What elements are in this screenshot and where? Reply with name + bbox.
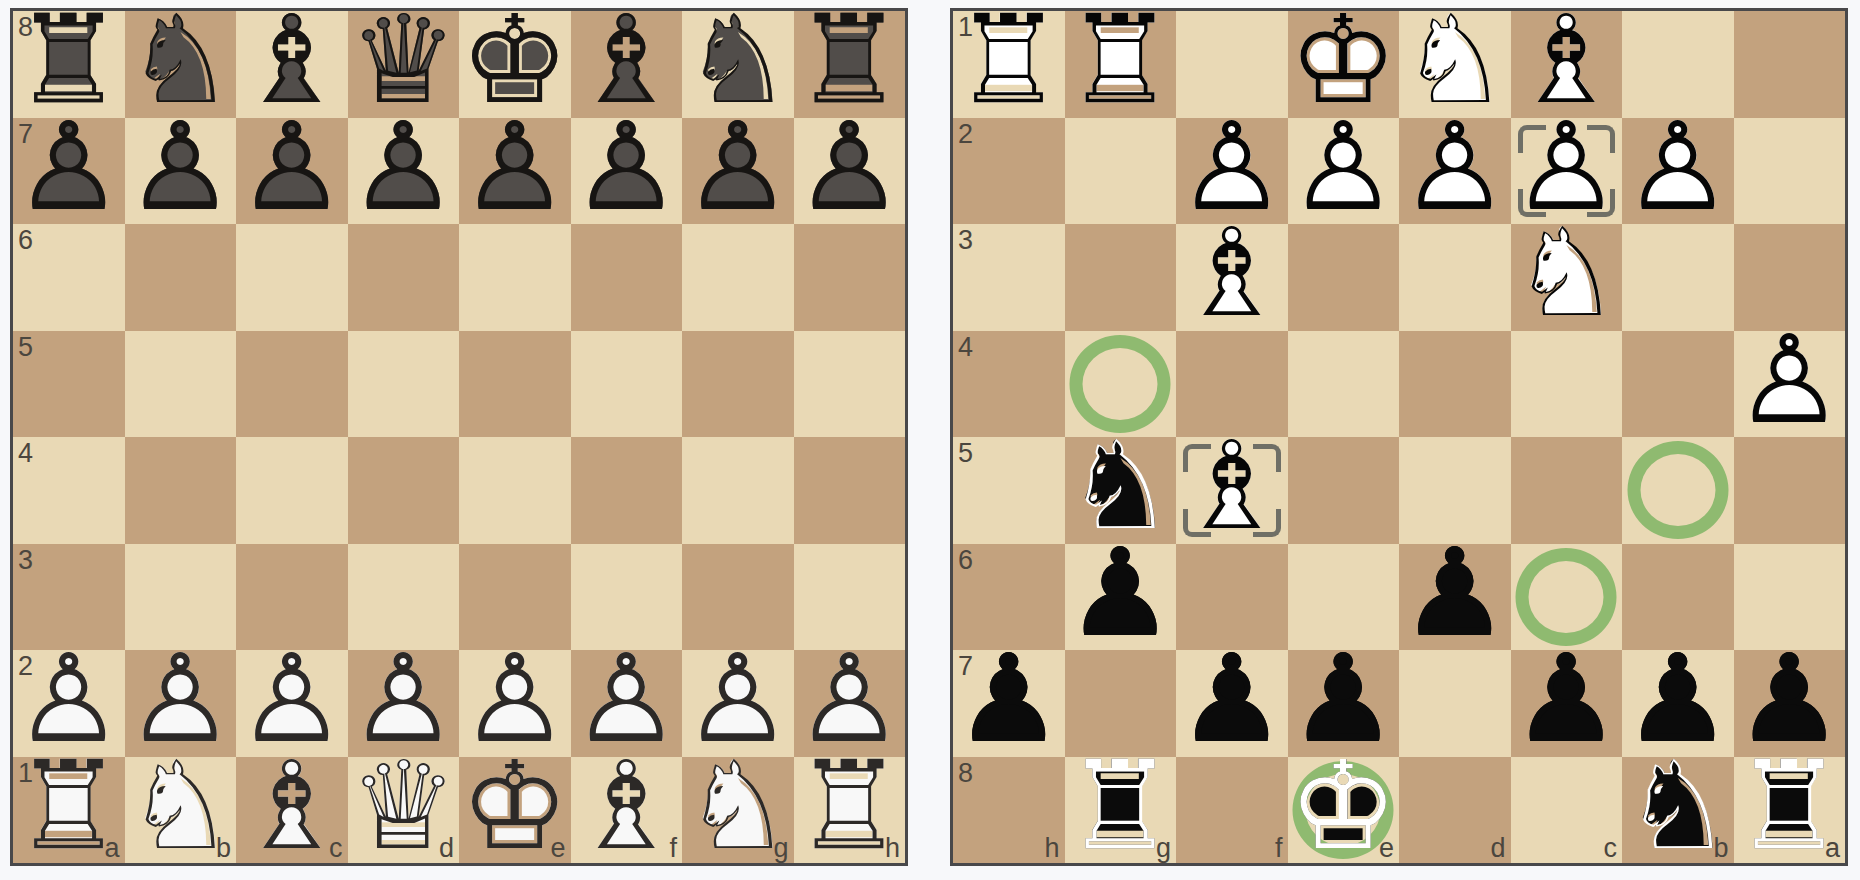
file-label-h: h — [885, 835, 900, 862]
square-e4[interactable] — [1288, 331, 1400, 438]
file-label-e: e — [1379, 835, 1394, 862]
square-f7[interactable]: ♟♙ — [1176, 650, 1288, 757]
square-h7[interactable]: 7♟♙ — [953, 650, 1065, 757]
square-c3[interactable]: ♞♘ — [1511, 224, 1623, 331]
file-label-h: h — [1044, 835, 1059, 862]
file-label-b: b — [216, 835, 231, 862]
square-c5[interactable] — [1511, 437, 1623, 544]
square-a7[interactable]: 7♟♙ — [13, 118, 125, 225]
file-label-b: b — [1713, 835, 1728, 862]
piece-white-pawn: ♟♙ — [1622, 118, 1734, 225]
file-label-c: c — [1604, 835, 1618, 862]
piece-black-pawn: ♟♙ — [348, 118, 460, 225]
square-g4[interactable] — [682, 437, 794, 544]
file-label-d: d — [439, 835, 454, 862]
square-f3[interactable]: ♝♗ — [1176, 224, 1288, 331]
square-c7[interactable]: ♟♙ — [236, 118, 348, 225]
square-f8[interactable]: f — [1176, 757, 1288, 864]
square-b1[interactable]: b♞♘ — [125, 757, 237, 864]
piece-outline-glyph: ♙ — [1735, 319, 1844, 441]
square-h1[interactable]: 1♜♖ — [953, 11, 1065, 118]
square-f6[interactable] — [571, 224, 683, 331]
square-e1[interactable]: e♚♔ — [459, 757, 571, 864]
square-b7[interactable]: ♟♙ — [125, 118, 237, 225]
piece-outline-glyph: ♙ — [683, 106, 792, 228]
square-d3[interactable] — [1399, 224, 1511, 331]
square-g1[interactable]: g♞♘ — [682, 757, 794, 864]
square-g6[interactable]: ♟♙ — [1065, 544, 1177, 651]
square-g1[interactable]: ♜♖ — [1065, 11, 1177, 118]
file-label-g: g — [773, 835, 788, 862]
corner-mark-tr — [1253, 444, 1281, 472]
rank-label-2: 2 — [958, 121, 973, 148]
piece-white-rook: ♜♖ — [1065, 11, 1177, 118]
square-d5[interactable] — [348, 331, 460, 438]
piece-white-pawn: ♟♙ — [1734, 331, 1846, 438]
square-g6[interactable] — [682, 224, 794, 331]
piece-black-pawn: ♟♙ — [682, 118, 794, 225]
square-b2[interactable]: ♟♙ — [1622, 118, 1734, 225]
piece-outline-glyph: ♙ — [795, 106, 904, 228]
piece-white-knight: ♞♘ — [1511, 224, 1623, 331]
piece-black-pawn: ♟♙ — [1176, 650, 1288, 757]
rank-label-2: 2 — [18, 653, 33, 680]
square-e7[interactable]: ♟♙ — [459, 118, 571, 225]
square-b3[interactable] — [1622, 224, 1734, 331]
piece-white-bishop: ♝♗ — [1176, 224, 1288, 331]
rank-label-8: 8 — [958, 760, 973, 787]
square-h8[interactable]: 8h — [953, 757, 1065, 864]
piece-black-pawn: ♟♙ — [1065, 544, 1177, 651]
selection-corners-c2 — [1511, 118, 1623, 225]
square-a6[interactable]: 6 — [13, 224, 125, 331]
rank-label-6: 6 — [18, 227, 33, 254]
piece-black-pawn: ♟♙ — [459, 118, 571, 225]
square-d8[interactable]: d — [1399, 757, 1511, 864]
piece-white-pawn: ♟♙ — [1288, 118, 1400, 225]
square-a8[interactable]: a♜♖ — [1734, 757, 1846, 864]
square-h3[interactable]: 3 — [953, 224, 1065, 331]
square-g7[interactable]: ♟♙ — [682, 118, 794, 225]
piece-outline-glyph: ♙ — [126, 106, 235, 228]
piece-black-pawn: ♟♙ — [236, 118, 348, 225]
file-label-c: c — [329, 835, 343, 862]
piece-outline-glyph: ♖ — [1066, 0, 1175, 122]
rank-label-3: 3 — [18, 547, 33, 574]
square-d6[interactable] — [348, 224, 460, 331]
corner-mark-br — [1253, 509, 1281, 537]
square-g3[interactable] — [1065, 224, 1177, 331]
rank-label-1: 1 — [958, 14, 973, 41]
rank-label-7: 7 — [958, 653, 973, 680]
square-h4[interactable] — [794, 437, 906, 544]
piece-outline-glyph: ♗ — [1177, 213, 1286, 335]
square-e2[interactable]: ♟♙ — [1288, 118, 1400, 225]
square-b6[interactable] — [125, 224, 237, 331]
square-f7[interactable]: ♟♙ — [571, 118, 683, 225]
rank-label-1: 1 — [18, 760, 33, 787]
square-d4[interactable] — [1399, 331, 1511, 438]
square-c7[interactable]: ♟♙ — [1511, 650, 1623, 757]
square-a5[interactable] — [1734, 437, 1846, 544]
square-d7[interactable] — [1399, 650, 1511, 757]
square-c4[interactable] — [236, 437, 348, 544]
file-label-e: e — [550, 835, 565, 862]
square-d1[interactable]: d♛♕ — [348, 757, 460, 864]
square-g8[interactable]: g♜♖ — [1065, 757, 1177, 864]
square-d6[interactable]: ♟♙ — [1399, 544, 1511, 651]
square-e5[interactable] — [1288, 437, 1400, 544]
corner-mark-bl — [1518, 189, 1546, 217]
corner-mark-bl — [1183, 509, 1211, 537]
square-d4[interactable] — [348, 437, 460, 544]
page: { "game": "chess", "page_background": "#… — [0, 0, 1860, 880]
piece-white-pawn: ♟♙ — [1399, 118, 1511, 225]
corner-mark-tr — [1587, 125, 1615, 153]
piece-black-pawn: ♟♙ — [571, 118, 683, 225]
file-label-f: f — [1275, 835, 1283, 862]
square-h4[interactable]: 4 — [953, 331, 1065, 438]
file-label-f: f — [669, 835, 677, 862]
piece-white-bishop: ♝♗ — [571, 757, 683, 864]
square-c2[interactable]: ♟♙ — [1511, 118, 1623, 225]
piece-outline-glyph: ♙ — [1289, 106, 1398, 228]
square-c8[interactable]: c — [1511, 757, 1623, 864]
square-c4[interactable] — [1511, 331, 1623, 438]
square-a1[interactable] — [1734, 11, 1846, 118]
file-label-g: g — [1156, 835, 1171, 862]
corner-mark-tl — [1518, 125, 1546, 153]
square-b4[interactable] — [1622, 331, 1734, 438]
piece-outline-glyph: ♙ — [1066, 532, 1175, 654]
square-g2[interactable] — [1065, 118, 1177, 225]
piece-outline-glyph: ♙ — [1623, 106, 1732, 228]
rank-label-4: 4 — [958, 334, 973, 361]
square-c6[interactable] — [236, 224, 348, 331]
piece-outline-glyph: ♙ — [460, 106, 569, 228]
square-a5[interactable]: 5 — [13, 331, 125, 438]
piece-outline-glyph: ♙ — [1512, 639, 1621, 761]
corner-mark-tl — [1183, 444, 1211, 472]
rank-label-4: 4 — [18, 440, 33, 467]
square-e3[interactable] — [1288, 224, 1400, 331]
square-g5[interactable] — [682, 331, 794, 438]
square-e4[interactable] — [459, 437, 571, 544]
square-h5[interactable]: 5 — [953, 437, 1065, 544]
piece-outline-glyph: ♘ — [1512, 213, 1621, 335]
rank-label-7: 7 — [18, 121, 33, 148]
square-e8[interactable]: e♚♔ — [1288, 757, 1400, 864]
square-a4[interactable]: 4 — [13, 437, 125, 544]
square-h1[interactable]: h♜♖ — [794, 757, 906, 864]
square-f5[interactable] — [571, 331, 683, 438]
piece-black-pawn: ♟♙ — [125, 118, 237, 225]
square-b8[interactable]: b♞♘ — [1622, 757, 1734, 864]
square-d7[interactable]: ♟♙ — [348, 118, 460, 225]
hint-circle-b5 — [1627, 441, 1728, 539]
corner-mark-br — [1587, 189, 1615, 217]
square-h5[interactable] — [794, 331, 906, 438]
rank-label-3: 3 — [958, 227, 973, 254]
square-h2[interactable]: 2 — [953, 118, 1065, 225]
piece-outline-glyph: ♙ — [572, 106, 681, 228]
rank-label-5: 5 — [958, 440, 973, 467]
piece-outline-glyph: ♙ — [1400, 106, 1509, 228]
piece-outline-glyph: ♙ — [349, 106, 458, 228]
square-e6[interactable] — [459, 224, 571, 331]
square-h6[interactable] — [794, 224, 906, 331]
piece-outline-glyph: ♙ — [1400, 532, 1509, 654]
piece-outline-glyph: ♗ — [572, 745, 681, 867]
square-a4[interactable]: ♟♙ — [1734, 331, 1846, 438]
rank-label-5: 5 — [18, 334, 33, 361]
square-b5[interactable] — [1622, 437, 1734, 544]
square-h7[interactable]: ♟♙ — [794, 118, 906, 225]
square-d2[interactable]: ♟♙ — [1399, 118, 1511, 225]
square-a1[interactable]: 1a♜♖ — [13, 757, 125, 864]
rank-label-8: 8 — [18, 14, 33, 41]
piece-black-pawn: ♟♙ — [1399, 544, 1511, 651]
piece-outline-glyph: ♙ — [237, 106, 346, 228]
square-c1[interactable]: c♝♗ — [236, 757, 348, 864]
selection-corners-f5 — [1176, 437, 1288, 544]
piece-black-pawn: ♟♙ — [1511, 650, 1623, 757]
square-b5[interactable] — [125, 331, 237, 438]
square-b4[interactable] — [125, 437, 237, 544]
file-label-a: a — [1825, 835, 1840, 862]
file-label-d: d — [1490, 835, 1505, 862]
rank-label-6: 6 — [958, 547, 973, 574]
square-e5[interactable] — [459, 331, 571, 438]
square-a2[interactable] — [1734, 118, 1846, 225]
square-f4[interactable] — [571, 437, 683, 544]
square-f1[interactable]: f♝♗ — [571, 757, 683, 864]
square-c5[interactable] — [236, 331, 348, 438]
right-board: 1♜♖♜♖♚♔♞♘♝♗2♟♙♟♙♟♙♟♙♟♙3♝♗♞♘4♟♙5♞♘♝♗6♟♙♟♙… — [950, 8, 1848, 866]
file-label-a: a — [104, 835, 119, 862]
left-board: 8♜♖♞♘♝♗♛♕♚♔♝♗♞♘♜♖7♟♙♟♙♟♙♟♙♟♙♟♙♟♙♟♙65432♟… — [10, 8, 908, 866]
square-f5[interactable]: ♝♗ — [1176, 437, 1288, 544]
piece-black-pawn: ♟♙ — [794, 118, 906, 225]
piece-outline-glyph: ♙ — [1177, 639, 1286, 761]
